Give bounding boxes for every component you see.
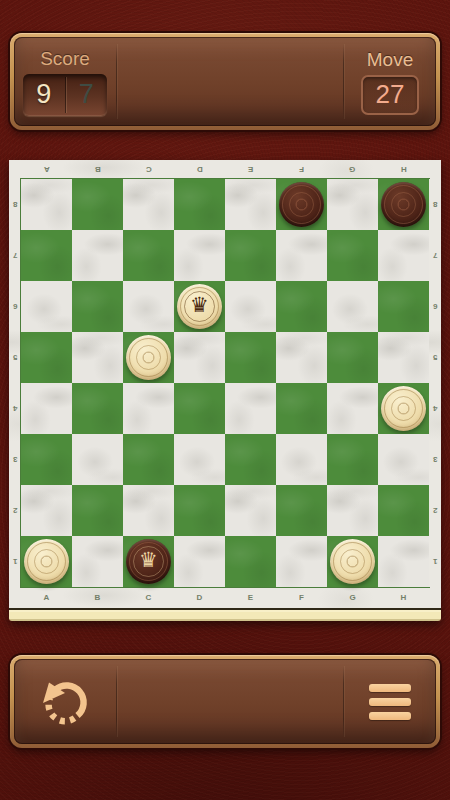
square-F5: [276, 332, 327, 383]
undo-icon: [37, 674, 93, 730]
square-A7[interactable]: [21, 230, 72, 281]
file-label-bottom-H: H: [401, 593, 407, 602]
rank-label-left-4: 4: [13, 404, 17, 413]
dark-score-value: 7: [66, 74, 108, 116]
square-F6[interactable]: [276, 281, 327, 332]
square-B2[interactable]: [72, 485, 123, 536]
square-H4[interactable]: [378, 383, 429, 434]
move-label: Move: [367, 49, 413, 71]
square-G6: [327, 281, 378, 332]
rank-label-right-5: 5: [433, 353, 437, 362]
square-E7[interactable]: [225, 230, 276, 281]
rank-label-left-8: 8: [13, 200, 17, 209]
square-G5[interactable]: [327, 332, 378, 383]
square-E2: [225, 485, 276, 536]
file-label-bottom-D: D: [197, 593, 203, 602]
square-E3[interactable]: [225, 434, 276, 485]
white-man-H4[interactable]: [381, 386, 426, 431]
square-E5[interactable]: [225, 332, 276, 383]
rank-label-right-3: 3: [433, 455, 437, 464]
square-C4: [123, 383, 174, 434]
move-section: Move 27: [344, 37, 436, 126]
square-E4: [225, 383, 276, 434]
square-H6[interactable]: [378, 281, 429, 332]
board-frame-bottom: ABCDEFGH: [9, 587, 441, 608]
square-D3: [174, 434, 225, 485]
score-label: Score: [40, 48, 90, 70]
square-D4[interactable]: [174, 383, 225, 434]
square-H3: [378, 434, 429, 485]
square-A3[interactable]: [21, 434, 72, 485]
square-G2: [327, 485, 378, 536]
menu-button[interactable]: [369, 678, 411, 726]
dark-man-F8[interactable]: [279, 182, 324, 227]
square-A1[interactable]: [21, 536, 72, 587]
file-label-top-C: C: [146, 165, 152, 174]
square-C2: [123, 485, 174, 536]
rank-label-right-2: 2: [433, 506, 437, 515]
menu-icon: [369, 678, 411, 726]
square-H1: [378, 536, 429, 587]
white-king-D6[interactable]: ♛: [177, 284, 222, 329]
square-H2[interactable]: [378, 485, 429, 536]
file-label-top-D: D: [197, 165, 203, 174]
file-label-bottom-B: B: [95, 593, 101, 602]
square-D6[interactable]: ♛: [174, 281, 225, 332]
square-C5[interactable]: [123, 332, 174, 383]
board-edge: [9, 608, 441, 621]
square-H7: [378, 230, 429, 281]
square-F3: [276, 434, 327, 485]
rank-label-right-8: 8: [433, 200, 437, 209]
square-F1: [276, 536, 327, 587]
white-man-C5[interactable]: [126, 335, 171, 380]
square-G7[interactable]: [327, 230, 378, 281]
file-label-top-F: F: [299, 165, 304, 174]
rank-label-left-5: 5: [13, 353, 17, 362]
square-D5: [174, 332, 225, 383]
checkers-board: ABCDEFGH 87654321 ♛♛ 87654321 ABCDEFGH: [9, 160, 441, 621]
square-C6: [123, 281, 174, 332]
square-F2[interactable]: [276, 485, 327, 536]
move-number-value: 27: [376, 79, 405, 110]
square-D8[interactable]: [174, 179, 225, 230]
square-E6: [225, 281, 276, 332]
square-A6: [21, 281, 72, 332]
file-label-top-G: G: [349, 165, 355, 174]
square-B7: [72, 230, 123, 281]
rank-label-left-2: 2: [13, 506, 17, 515]
rank-label-right-6: 6: [433, 302, 437, 311]
rank-label-left-7: 7: [13, 251, 17, 260]
score-panel: Score 9 7 Move 27: [10, 33, 440, 130]
file-label-bottom-E: E: [248, 593, 253, 602]
square-B3: [72, 434, 123, 485]
file-label-top-H: H: [401, 165, 407, 174]
rank-label-right-4: 4: [433, 404, 437, 413]
toolbar: [10, 655, 440, 748]
rank-label-right-7: 7: [433, 251, 437, 260]
square-H5: [378, 332, 429, 383]
file-label-bottom-G: G: [349, 593, 355, 602]
square-D1: [174, 536, 225, 587]
rank-label-left-3: 3: [13, 455, 17, 464]
file-label-top-B: B: [95, 165, 101, 174]
board-frame-top: ABCDEFGH: [9, 160, 441, 179]
board-frame-left: 87654321: [9, 179, 21, 587]
square-B5: [72, 332, 123, 383]
square-D7: [174, 230, 225, 281]
square-G1[interactable]: [327, 536, 378, 587]
rank-label-right-1: 1: [433, 557, 437, 566]
square-C1[interactable]: ♛: [123, 536, 174, 587]
white-score-value: 9: [23, 74, 65, 116]
square-C8: [123, 179, 174, 230]
square-E8: [225, 179, 276, 230]
square-F8[interactable]: [276, 179, 327, 230]
board-frame-right: 87654321: [429, 179, 441, 587]
rank-label-left-1: 1: [13, 557, 17, 566]
square-F4[interactable]: [276, 383, 327, 434]
app-screen: Score 9 7 Move 27 ABCDEFGH 87654321 ♛: [0, 0, 450, 800]
file-label-top-A: A: [44, 165, 50, 174]
square-C3[interactable]: [123, 434, 174, 485]
move-counter: 27: [361, 75, 419, 115]
square-E1[interactable]: [225, 536, 276, 587]
file-label-bottom-F: F: [299, 593, 304, 602]
square-A2: [21, 485, 72, 536]
square-F7: [276, 230, 327, 281]
square-D2[interactable]: [174, 485, 225, 536]
dark-king-C1[interactable]: ♛: [126, 539, 171, 584]
file-label-top-E: E: [248, 165, 253, 174]
square-A8: [21, 179, 72, 230]
white-man-A1[interactable]: [24, 539, 69, 584]
crown-icon: ♛: [139, 550, 158, 571]
dark-man-H8[interactable]: [381, 182, 426, 227]
square-G3[interactable]: [327, 434, 378, 485]
square-H8[interactable]: [378, 179, 429, 230]
square-B1: [72, 536, 123, 587]
square-B8[interactable]: [72, 179, 123, 230]
score-section: Score 9 7: [14, 37, 116, 126]
square-A5[interactable]: [21, 332, 72, 383]
square-B4[interactable]: [72, 383, 123, 434]
square-G4: [327, 383, 378, 434]
file-label-bottom-A: A: [44, 593, 50, 602]
white-man-G1[interactable]: [330, 539, 375, 584]
crown-icon: ♛: [190, 295, 209, 316]
rank-label-left-6: 6: [13, 302, 17, 311]
undo-button[interactable]: [37, 674, 93, 730]
square-C7[interactable]: [123, 230, 174, 281]
score-box: 9 7: [23, 74, 107, 116]
square-A4: [21, 383, 72, 434]
board-squares: ♛♛: [21, 179, 429, 587]
square-B6[interactable]: [72, 281, 123, 332]
square-G8: [327, 179, 378, 230]
file-label-bottom-C: C: [146, 593, 152, 602]
